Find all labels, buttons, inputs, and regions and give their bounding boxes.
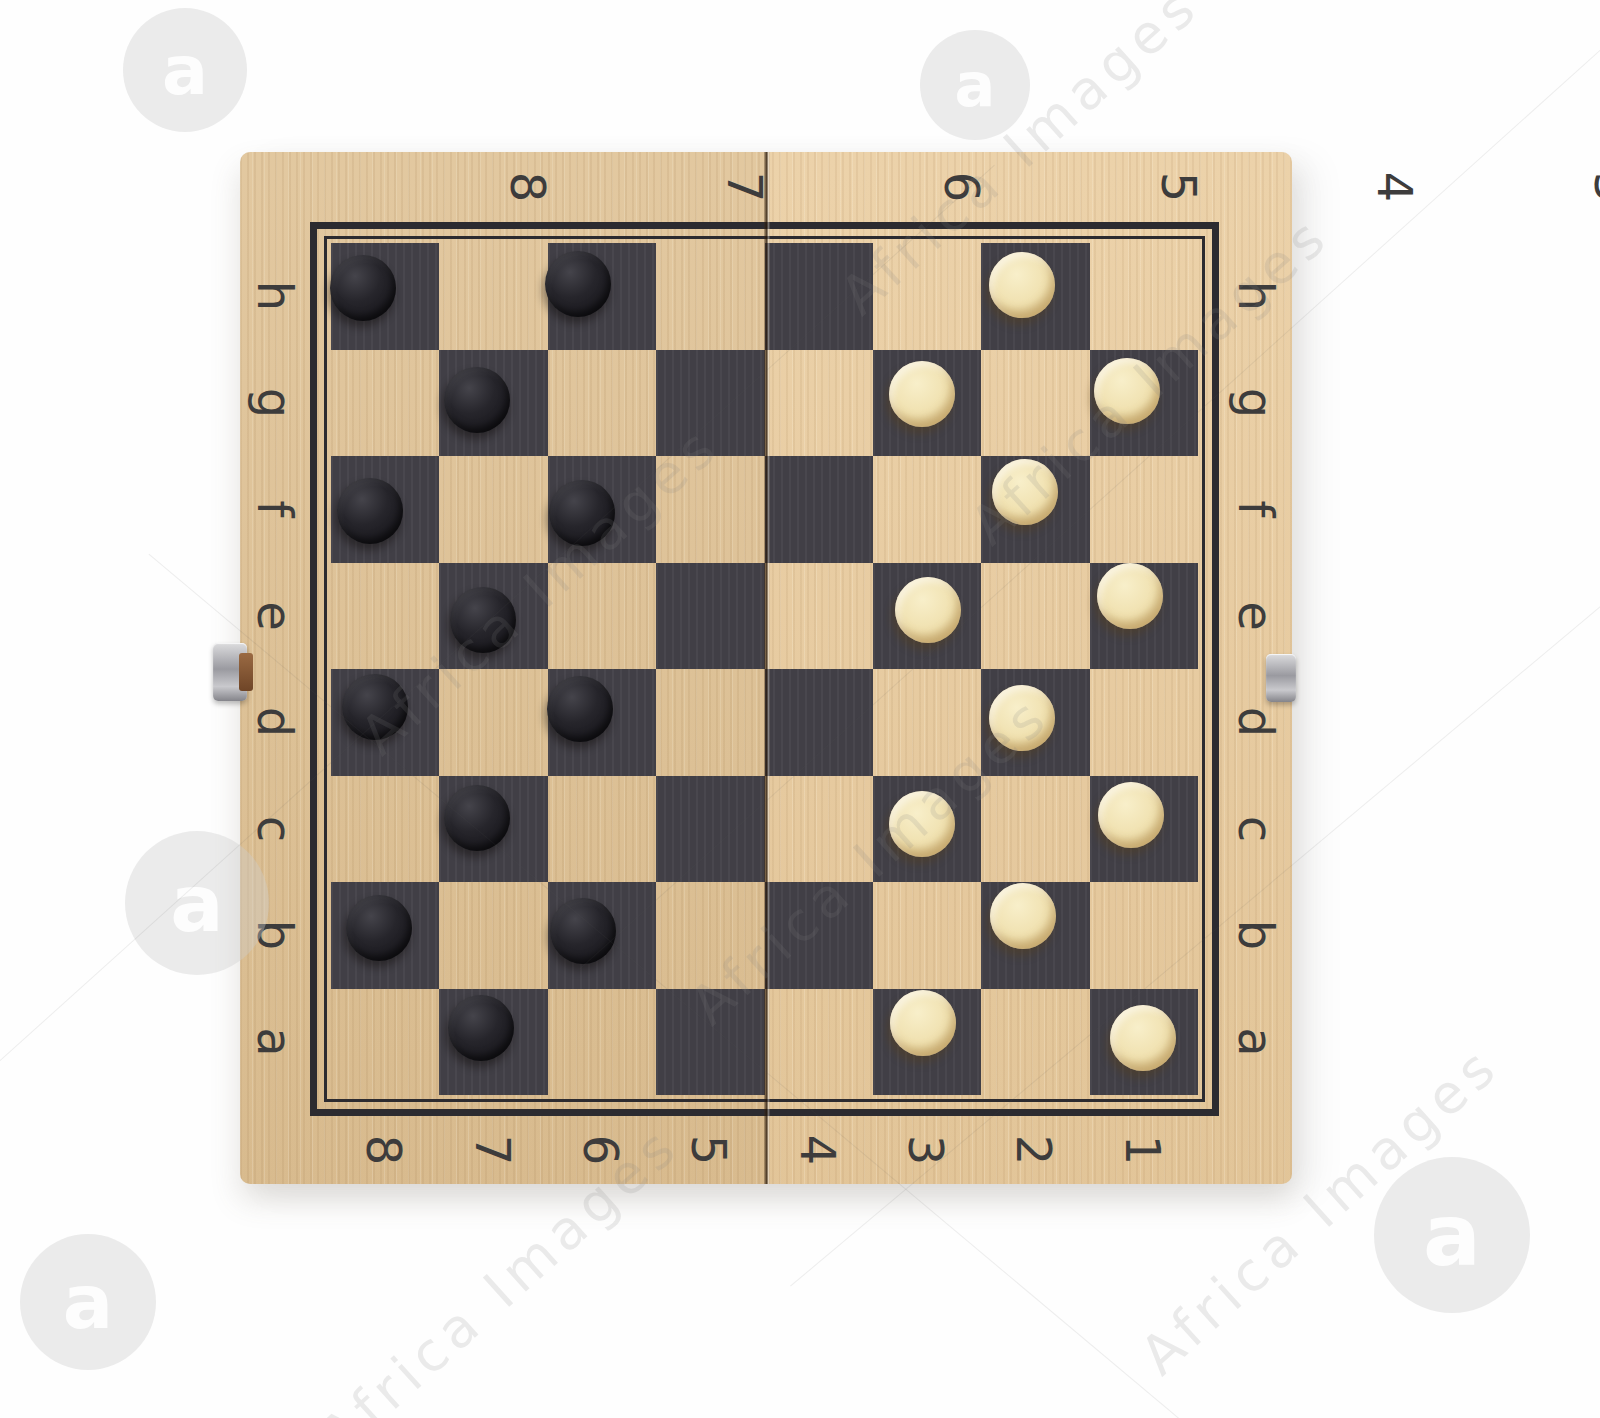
checker-black-d8[interactable] xyxy=(342,674,408,740)
watermark-logo-circle: a xyxy=(20,1234,156,1370)
checker-white-h2[interactable] xyxy=(989,252,1055,318)
rank-label-bottom-5: 5 xyxy=(685,1135,733,1166)
file-label-right-f: f xyxy=(1232,501,1280,518)
watermark-logo-letter: a xyxy=(63,1259,113,1346)
rank-label-top-8: 8 xyxy=(504,172,552,203)
watermark-logo-letter: a xyxy=(162,31,208,110)
photo-background: { "game": "checkers (draughts) — folding… xyxy=(0,0,1600,1418)
checker-black-c7[interactable] xyxy=(444,785,510,851)
file-label-right-c: c xyxy=(1232,816,1280,842)
checker-white-d2[interactable] xyxy=(989,685,1055,751)
file-label-right-e: e xyxy=(1232,601,1280,631)
rank-label-bottom-7: 7 xyxy=(469,1135,517,1166)
checker-white-f2[interactable] xyxy=(992,459,1058,525)
file-label-right-a: a xyxy=(1232,1027,1280,1056)
rank-label-bottom-6: 6 xyxy=(577,1135,625,1166)
file-label-right-h: h xyxy=(1232,281,1280,311)
watermark-logo-circle: a xyxy=(123,8,247,132)
file-label-left-a: a xyxy=(251,1027,299,1056)
watermark-logo-letter: a xyxy=(955,50,996,120)
rank-label-bottom-3: 3 xyxy=(902,1135,950,1166)
file-label-left-f: f xyxy=(251,501,299,518)
checker-white-a1[interactable] xyxy=(1110,1005,1176,1071)
hinge-clasp-left xyxy=(213,643,247,701)
rank-label-top-3: 3 xyxy=(1588,172,1600,203)
checker-black-d6[interactable] xyxy=(547,676,613,742)
rank-label-bottom-2: 2 xyxy=(1010,1135,1058,1166)
checker-white-c1[interactable] xyxy=(1098,782,1164,848)
checker-black-a7[interactable] xyxy=(448,995,514,1061)
checker-black-b6[interactable] xyxy=(550,898,616,964)
fold-seam xyxy=(764,152,770,1184)
rank-label-top-5: 5 xyxy=(1155,172,1203,203)
checker-black-f6[interactable] xyxy=(549,480,615,546)
checker-white-a3[interactable] xyxy=(890,990,956,1056)
file-label-left-b: b xyxy=(251,920,299,950)
watermark-logo-letter: a xyxy=(1423,1185,1481,1285)
file-label-right-d: d xyxy=(1232,707,1280,737)
watermark-logo-letter: a xyxy=(170,857,223,950)
checker-black-h8[interactable] xyxy=(330,255,396,321)
file-label-right-g: g xyxy=(1232,388,1280,418)
watermark-logo-circle: a xyxy=(1374,1157,1530,1313)
file-label-left-c: c xyxy=(251,816,299,842)
checker-black-h6[interactable] xyxy=(545,251,611,317)
file-label-right-b: b xyxy=(1232,920,1280,950)
rank-label-bottom-4: 4 xyxy=(794,1135,842,1166)
rank-label-bottom-1: 1 xyxy=(1119,1135,1167,1166)
checker-white-g3[interactable] xyxy=(889,361,955,427)
checker-white-b2[interactable] xyxy=(990,883,1056,949)
checkers-board: 8765432187654321hgfedcbahgfedcba xyxy=(240,152,1292,1184)
file-label-left-h: h xyxy=(251,281,299,311)
rank-label-top-6: 6 xyxy=(938,172,986,203)
checker-black-e7[interactable] xyxy=(450,587,516,653)
checker-black-f8[interactable] xyxy=(337,478,403,544)
checker-white-c3[interactable] xyxy=(889,791,955,857)
file-label-left-g: g xyxy=(251,388,299,418)
rank-label-top-7: 7 xyxy=(721,172,769,203)
checker-white-e1[interactable] xyxy=(1097,563,1163,629)
file-label-left-e: e xyxy=(251,601,299,631)
rank-label-bottom-8: 8 xyxy=(360,1135,408,1166)
checker-black-b8[interactable] xyxy=(346,895,412,961)
file-label-left-d: d xyxy=(251,707,299,737)
checker-white-e3[interactable] xyxy=(895,577,961,643)
rank-label-top-4: 4 xyxy=(1371,172,1419,203)
checker-white-g1[interactable] xyxy=(1094,358,1160,424)
watermark-logo-circle: a xyxy=(920,30,1030,140)
hinge-clasp-right xyxy=(1266,654,1296,702)
checker-black-g7[interactable] xyxy=(444,367,510,433)
